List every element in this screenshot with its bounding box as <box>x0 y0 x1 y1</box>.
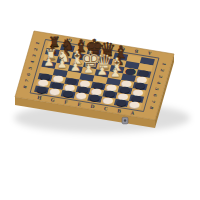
black-checker-b3: ●● <box>125 66 136 77</box>
white-checker-c8: ●● <box>102 95 113 106</box>
black-checker-h8: ●● <box>36 84 47 95</box>
light-chess-p-d4: ♟ <box>96 63 107 78</box>
svg-text:●: ● <box>125 66 136 76</box>
clasp-latch-icon <box>122 117 128 124</box>
svg-text:●: ● <box>116 97 127 107</box>
light-chess-p-e4: ♟ <box>83 61 94 76</box>
svg-text:●: ● <box>49 86 60 96</box>
light-chess-p-h4: ♟ <box>43 54 54 69</box>
black-checker-d8: ●● <box>89 93 100 104</box>
svg-text:●: ● <box>102 95 113 105</box>
svg-text:●: ● <box>36 84 47 94</box>
white-checker-g8: ●● <box>49 86 60 97</box>
svg-text:●: ● <box>89 93 100 103</box>
white-checker-e8: ●● <box>76 91 87 102</box>
board-scene: 11HH22GG33FF44EE55DD66CC77BB88AA♜♞♝♚♛♝♟♟… <box>0 0 200 200</box>
svg-text:●: ● <box>76 91 87 101</box>
black-checker-b8: ●● <box>116 97 127 108</box>
light-chess-p-c4: ♟ <box>110 65 121 80</box>
light-chess-p-f4: ♟ <box>70 59 81 74</box>
light-chess-p-g4: ♟ <box>57 56 68 71</box>
file-label-bottom-D: D <box>90 104 95 110</box>
svg-text:●: ● <box>63 89 74 99</box>
svg-text:●: ● <box>129 99 140 109</box>
black-checker-f8: ●● <box>63 89 74 100</box>
product-photo-chess-checkers-set: 11HH22GG33FF44EE55DD66CC77BB88AA♜♞♝♚♛♝♟♟… <box>0 0 200 200</box>
white-checker-a8: ●● <box>129 99 140 110</box>
